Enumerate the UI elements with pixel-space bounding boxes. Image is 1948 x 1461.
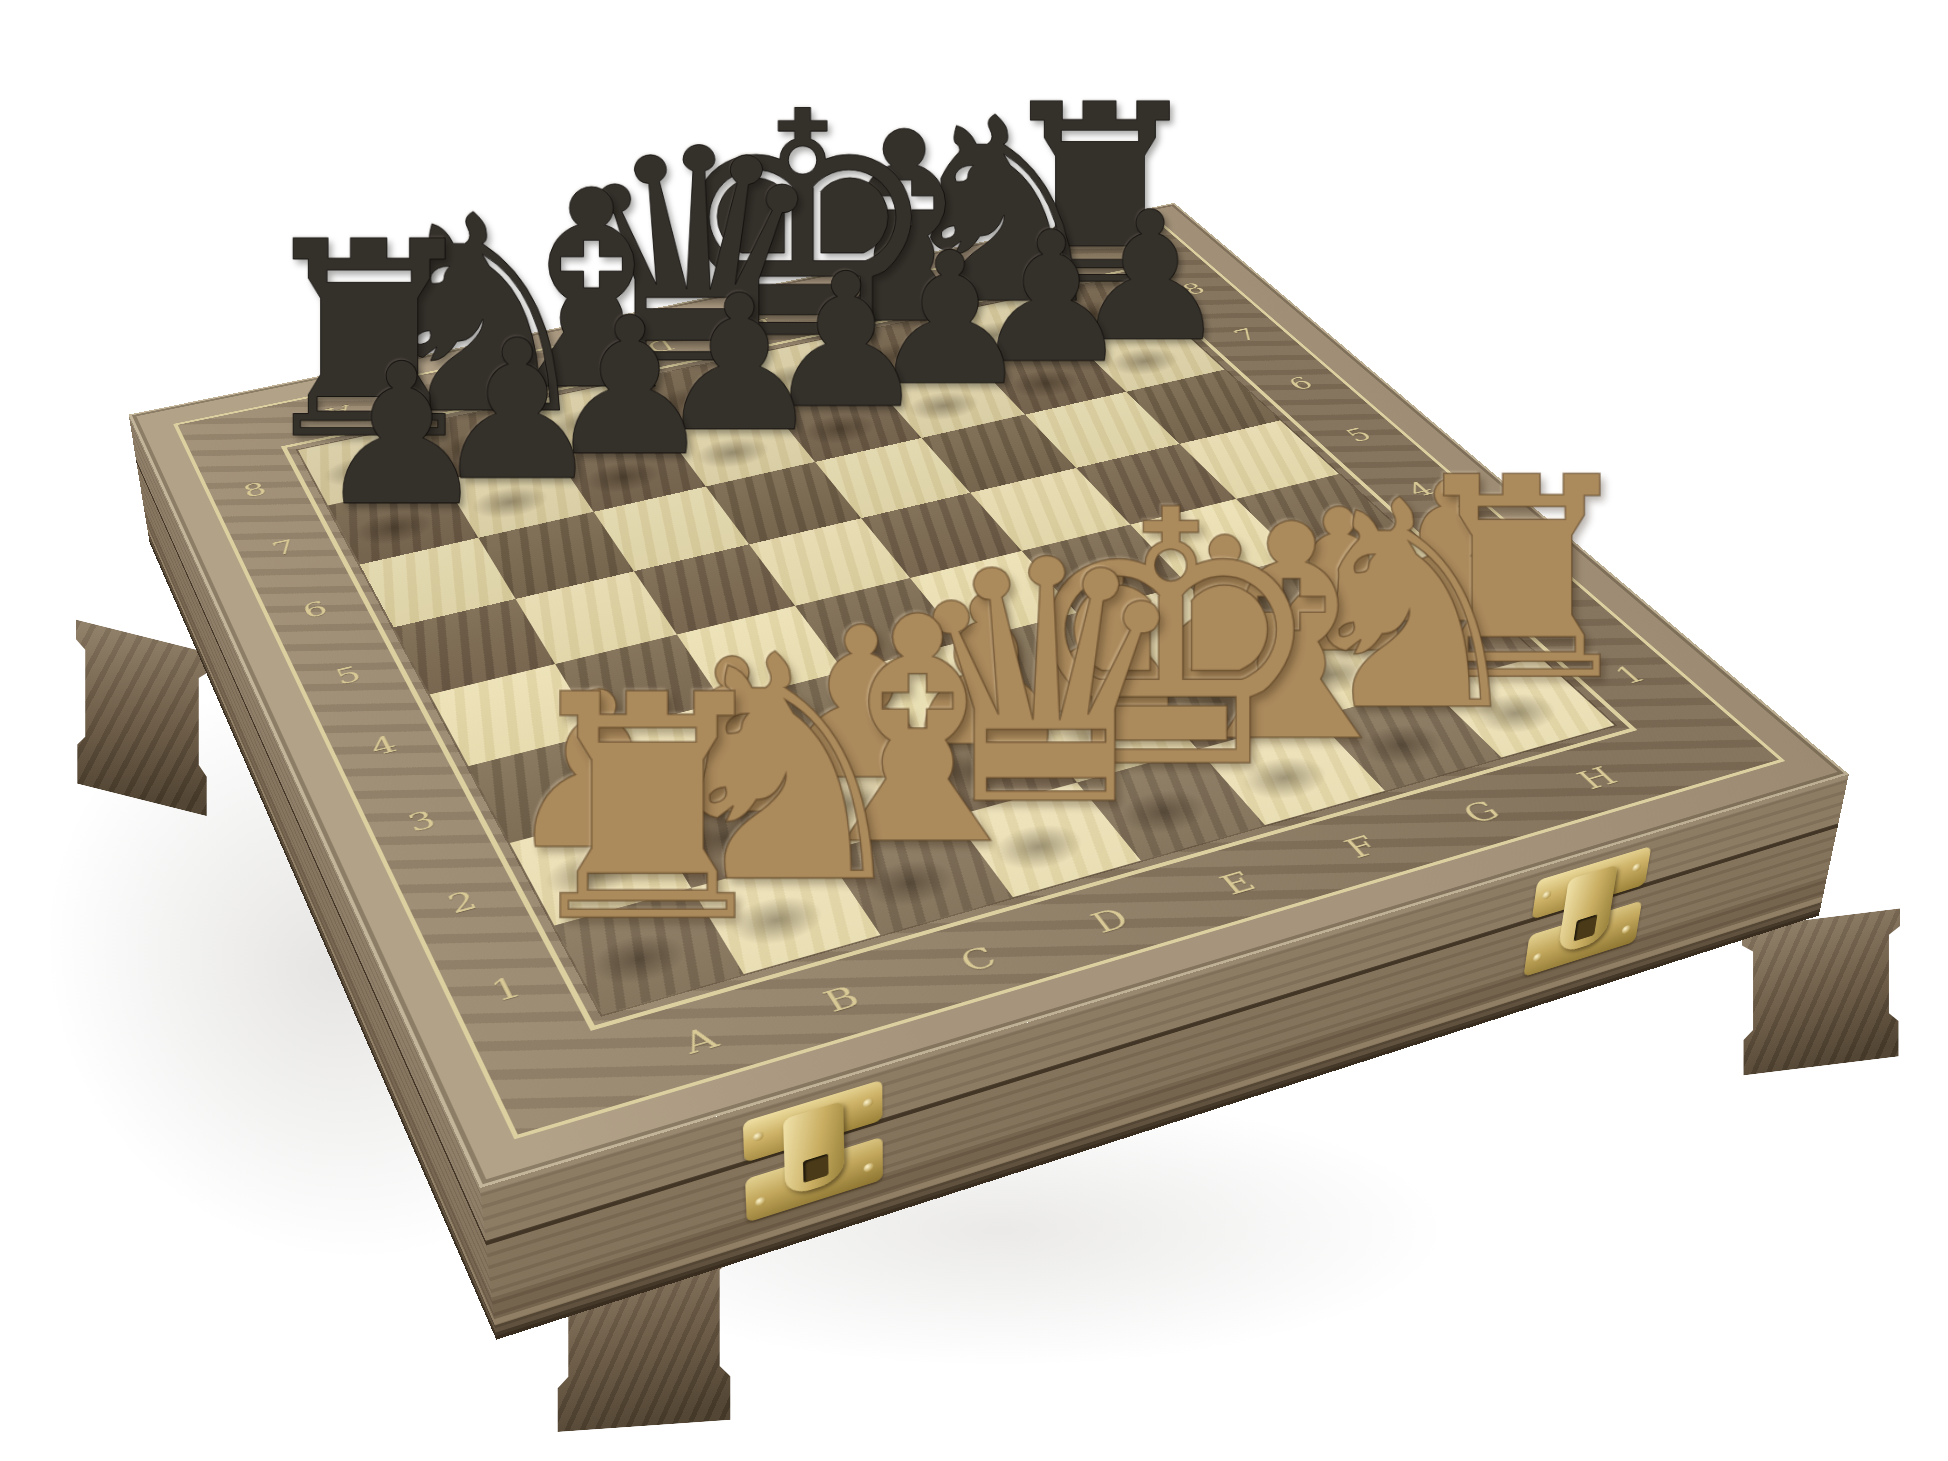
screw-icon (1621, 924, 1631, 934)
screw-icon (864, 1162, 874, 1173)
brass-latch-left (743, 1080, 883, 1234)
screw-icon (753, 1131, 764, 1143)
piece-glyph: ♜ (508, 654, 786, 964)
scene: AABBCCDDEEFFGGHH8877665544332211 ♜♞♝♛♚♝♞… (0, 0, 1948, 1461)
chess-box-photo: AABBCCDDEEFFGGHH8877665544332211 ♜♞♝♛♚♝♞… (0, 0, 1948, 1461)
screw-icon (863, 1097, 873, 1108)
piece-glyph: ♟ (314, 338, 489, 534)
screw-icon (755, 1196, 766, 1207)
chess-case: AABBCCDDEEFFGGHH8877665544332211 ♜♞♝♛♚♝♞… (129, 203, 1849, 1188)
screw-icon (1533, 952, 1543, 962)
screw-icon (1542, 890, 1552, 901)
screw-icon (1632, 862, 1642, 873)
brass-latch-right (1522, 846, 1652, 987)
